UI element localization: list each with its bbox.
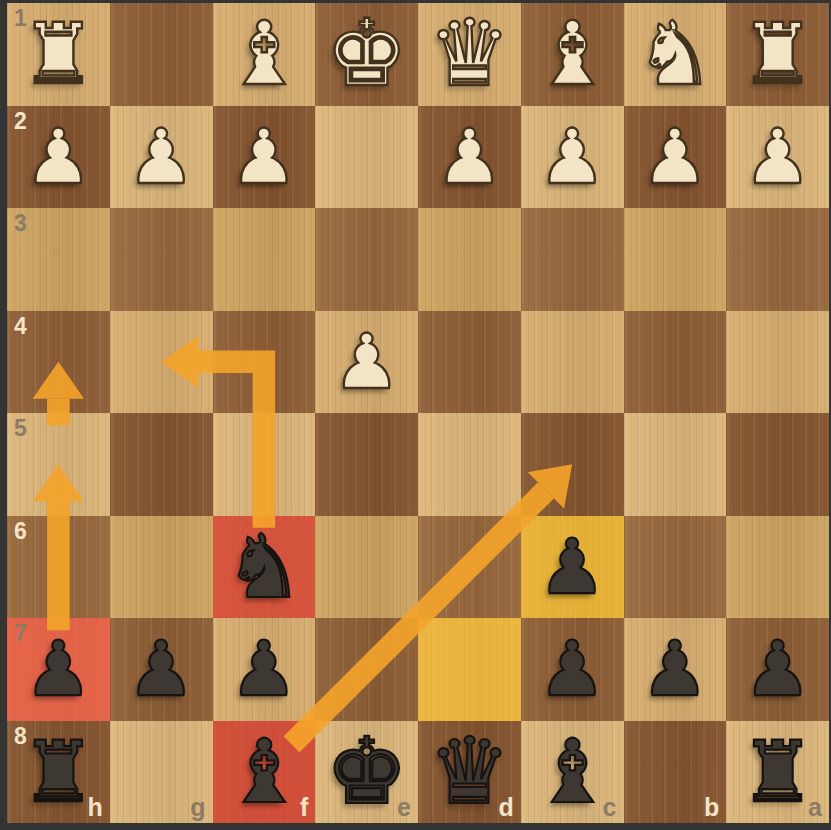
black-queen[interactable]: ♛ (418, 721, 521, 824)
black-pawn[interactable]: ♟ (726, 618, 829, 721)
square-f8[interactable]: f♝ (213, 721, 316, 824)
square-g4[interactable] (110, 311, 213, 414)
lastmove-highlight (418, 618, 521, 721)
square-f5[interactable] (213, 413, 316, 516)
square-c7[interactable]: ♟ (521, 618, 624, 721)
white-pawn[interactable]: ♟ (315, 311, 418, 414)
square-g8[interactable]: g (110, 721, 213, 824)
square-d3[interactable] (418, 208, 521, 311)
white-knight[interactable]: ♞ (624, 3, 727, 106)
black-pawn[interactable]: ♟ (110, 618, 213, 721)
square-g5[interactable] (110, 413, 213, 516)
square-e3[interactable] (315, 208, 418, 311)
square-a1[interactable]: ♜ (726, 3, 829, 106)
white-queen[interactable]: ♛ (418, 3, 521, 106)
square-d6[interactable] (418, 516, 521, 619)
square-c5[interactable] (521, 413, 624, 516)
white-pawn[interactable]: ♟ (726, 106, 829, 209)
square-f6[interactable]: ♞ (213, 516, 316, 619)
black-rook[interactable]: ♜ (726, 721, 829, 824)
square-d4[interactable] (418, 311, 521, 414)
square-a3[interactable] (726, 208, 829, 311)
square-h5[interactable]: 5 (7, 413, 110, 516)
square-g6[interactable] (110, 516, 213, 619)
square-f2[interactable]: ♟ (213, 106, 316, 209)
square-h6[interactable]: 6 (7, 516, 110, 619)
square-a8[interactable]: a♜ (726, 721, 829, 824)
square-g2[interactable]: ♟ (110, 106, 213, 209)
square-e2[interactable] (315, 106, 418, 209)
square-b5[interactable] (624, 413, 727, 516)
white-rook[interactable]: ♜ (726, 3, 829, 106)
square-d1[interactable]: ♛ (418, 3, 521, 106)
square-g7[interactable]: ♟ (110, 618, 213, 721)
white-pawn[interactable]: ♟ (418, 106, 521, 209)
white-king[interactable]: ♚ (315, 3, 418, 106)
square-a7[interactable]: ♟ (726, 618, 829, 721)
black-bishop[interactable]: ♝ (213, 721, 316, 824)
black-pawn[interactable]: ♟ (521, 516, 624, 619)
rank-label: 4 (14, 315, 27, 338)
square-h7[interactable]: 7♟ (7, 618, 110, 721)
white-pawn[interactable]: ♟ (624, 106, 727, 209)
square-b2[interactable]: ♟ (624, 106, 727, 209)
square-f7[interactable]: ♟ (213, 618, 316, 721)
square-c6[interactable]: ♟ (521, 516, 624, 619)
white-rook[interactable]: ♜ (7, 3, 110, 106)
square-h8[interactable]: 8h♜ (7, 721, 110, 824)
square-b3[interactable] (624, 208, 727, 311)
square-d5[interactable] (418, 413, 521, 516)
square-e1[interactable]: ♚ (315, 3, 418, 106)
square-a4[interactable] (726, 311, 829, 414)
square-b1[interactable]: ♞ (624, 3, 727, 106)
black-bishop[interactable]: ♝ (521, 721, 624, 824)
square-h2[interactable]: 2♟ (7, 106, 110, 209)
white-pawn[interactable]: ♟ (110, 106, 213, 209)
square-b7[interactable]: ♟ (624, 618, 727, 721)
rank-label: 6 (14, 520, 27, 543)
white-pawn[interactable]: ♟ (7, 106, 110, 209)
square-g3[interactable] (110, 208, 213, 311)
square-c4[interactable] (521, 311, 624, 414)
square-a5[interactable] (726, 413, 829, 516)
square-e4[interactable]: ♟ (315, 311, 418, 414)
square-e7[interactable] (315, 618, 418, 721)
square-e6[interactable] (315, 516, 418, 619)
square-f1[interactable]: ♝ (213, 3, 316, 106)
square-f4[interactable] (213, 311, 316, 414)
white-pawn[interactable]: ♟ (521, 106, 624, 209)
square-h4[interactable]: 4 (7, 311, 110, 414)
square-h3[interactable]: 3 (7, 208, 110, 311)
white-pawn[interactable]: ♟ (213, 106, 316, 209)
chess-board: 1♜♝♚♛♝♞♜2♟♟♟♟♟♟♟34♟56♞♟7♟♟♟♟♟♟8h♜gf♝e♚d♛… (7, 3, 829, 823)
square-g1[interactable] (110, 3, 213, 106)
black-pawn[interactable]: ♟ (624, 618, 727, 721)
square-b6[interactable] (624, 516, 727, 619)
square-c3[interactable] (521, 208, 624, 311)
white-bishop[interactable]: ♝ (521, 3, 624, 106)
square-c8[interactable]: c♝ (521, 721, 624, 824)
square-d2[interactable]: ♟ (418, 106, 521, 209)
square-a6[interactable] (726, 516, 829, 619)
page-background: 1♜♝♚♛♝♞♜2♟♟♟♟♟♟♟34♟56♞♟7♟♟♟♟♟♟8h♜gf♝e♚d♛… (0, 0, 831, 830)
square-c2[interactable]: ♟ (521, 106, 624, 209)
black-rook[interactable]: ♜ (7, 721, 110, 824)
square-f3[interactable] (213, 208, 316, 311)
file-label: g (190, 795, 205, 820)
square-d7[interactable] (418, 618, 521, 721)
square-c1[interactable]: ♝ (521, 3, 624, 106)
black-king[interactable]: ♚ (315, 721, 418, 824)
black-pawn[interactable]: ♟ (7, 618, 110, 721)
square-e8[interactable]: e♚ (315, 721, 418, 824)
white-bishop[interactable]: ♝ (213, 3, 316, 106)
black-knight[interactable]: ♞ (213, 516, 316, 619)
square-d8[interactable]: d♛ (418, 721, 521, 824)
rank-label: 3 (14, 212, 27, 235)
square-b4[interactable] (624, 311, 727, 414)
black-pawn[interactable]: ♟ (213, 618, 316, 721)
square-e5[interactable] (315, 413, 418, 516)
file-label: b (704, 795, 719, 820)
black-pawn[interactable]: ♟ (521, 618, 624, 721)
rank-label: 5 (14, 417, 27, 440)
square-h1[interactable]: 1♜ (7, 3, 110, 106)
square-b8[interactable]: b (624, 721, 727, 824)
square-a2[interactable]: ♟ (726, 106, 829, 209)
